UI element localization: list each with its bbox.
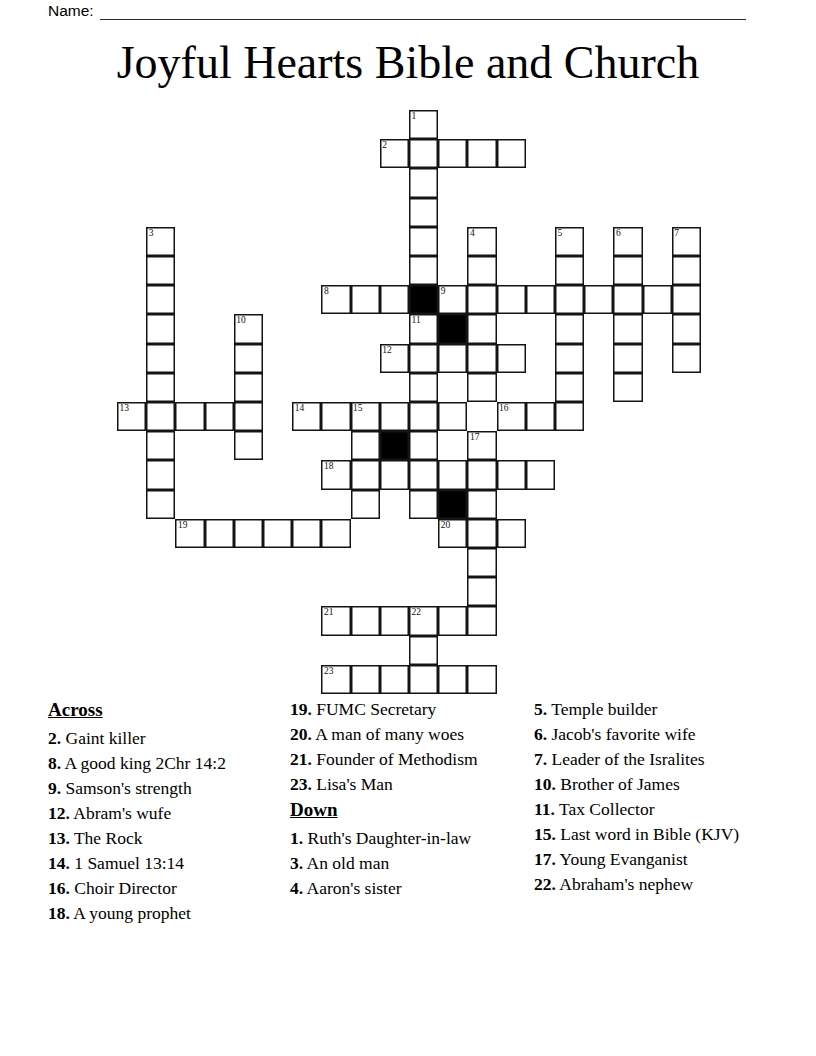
cell-number: 14 xyxy=(295,403,305,413)
grid-cell[interactable] xyxy=(146,314,175,343)
grid-cell[interactable] xyxy=(643,285,672,314)
grid-cell[interactable] xyxy=(380,606,409,635)
clues-down-header: Down xyxy=(290,799,492,821)
grid-cell[interactable]: 18 xyxy=(321,460,350,489)
clue-item: 15. Last word in Bible (KJV) xyxy=(534,824,746,846)
clue-item: 8. A good king 2Chr 14:2 xyxy=(48,753,230,775)
grid-cell[interactable] xyxy=(467,314,496,343)
grid-cell[interactable]: 3 xyxy=(146,227,175,256)
cell-number: 13 xyxy=(120,403,130,413)
clue-item: 9. Samson's strength xyxy=(48,778,230,800)
cell-number: 15 xyxy=(353,403,363,413)
grid-cell[interactable] xyxy=(380,665,409,694)
grid-cell[interactable] xyxy=(409,139,438,168)
grid-cell[interactable] xyxy=(409,256,438,285)
cell-number: 17 xyxy=(470,432,480,442)
grid-cell[interactable]: 14 xyxy=(292,402,321,431)
grid-cell[interactable] xyxy=(146,460,175,489)
clue-item: 14. 1 Samuel 13:14 xyxy=(48,853,230,875)
grid-cell[interactable] xyxy=(497,519,526,548)
grid-cell[interactable]: 16 xyxy=(497,402,526,431)
name-fill-in-line[interactable] xyxy=(100,3,746,20)
grid-cell[interactable] xyxy=(555,256,584,285)
grid-cell[interactable] xyxy=(467,577,496,606)
grid-cell[interactable] xyxy=(672,285,701,314)
clue-item: 21. Founder of Methodism xyxy=(290,749,492,771)
grid-cell[interactable] xyxy=(234,344,263,373)
grid-cell[interactable] xyxy=(321,519,350,548)
grid-cell[interactable] xyxy=(263,519,292,548)
grid-cell[interactable] xyxy=(380,402,409,431)
grid-cell[interactable] xyxy=(146,373,175,402)
grid-cell[interactable] xyxy=(234,402,263,431)
grid-cell[interactable] xyxy=(526,460,555,489)
grid-cell[interactable] xyxy=(146,431,175,460)
grid-cell[interactable] xyxy=(467,519,496,548)
grid-cell[interactable]: 20 xyxy=(438,519,467,548)
grid-cell[interactable] xyxy=(672,256,701,285)
grid-cell[interactable]: 8 xyxy=(321,285,350,314)
cell-number: 1 xyxy=(412,111,417,121)
grid-cell[interactable] xyxy=(497,139,526,168)
grid-cell[interactable] xyxy=(380,460,409,489)
grid-cell[interactable] xyxy=(555,402,584,431)
grid-cell[interactable] xyxy=(438,139,467,168)
grid-cell[interactable] xyxy=(497,460,526,489)
grid-cell[interactable] xyxy=(467,460,496,489)
clue-item: 22. Abraham's nephew xyxy=(534,874,746,896)
clue-column-2: 19. FUMC Secretary20. A man of many woes… xyxy=(290,699,492,903)
clue-item: 19. FUMC Secretary xyxy=(290,699,492,721)
grid-cell[interactable] xyxy=(672,314,701,343)
clue-item: 18. A young prophet xyxy=(48,903,230,925)
grid-cell[interactable] xyxy=(613,344,642,373)
cell-number: 18 xyxy=(324,461,334,471)
crossword-grid: 1234567891011121314151617181920212223 xyxy=(117,110,702,695)
grid-cell[interactable] xyxy=(292,519,321,548)
grid-cell[interactable] xyxy=(526,402,555,431)
grid-cell[interactable] xyxy=(497,285,526,314)
cell-number: 2 xyxy=(382,140,387,150)
grid-cell[interactable] xyxy=(467,606,496,635)
grid-cell[interactable] xyxy=(409,460,438,489)
grid-cell[interactable] xyxy=(467,490,496,519)
grid-cell[interactable] xyxy=(613,285,642,314)
grid-cell[interactable] xyxy=(467,256,496,285)
grid-cell[interactable]: 12 xyxy=(380,344,409,373)
cell-number: 11 xyxy=(412,315,421,325)
grid-cell[interactable] xyxy=(321,402,350,431)
grid-cell[interactable]: 11 xyxy=(409,314,438,343)
name-row: Name: xyxy=(48,2,746,20)
grid-cell[interactable] xyxy=(351,606,380,635)
grid-cell[interactable] xyxy=(438,665,467,694)
grid-cell[interactable]: 4 xyxy=(467,227,496,256)
grid-cell[interactable] xyxy=(555,285,584,314)
clues-across-header: Across xyxy=(48,699,230,721)
grid-cell[interactable] xyxy=(409,344,438,373)
grid-cell[interactable] xyxy=(555,344,584,373)
clue-item: 4. Aaron's sister xyxy=(290,878,492,900)
clue-column-1: Across2. Gaint killer8. A good king 2Chr… xyxy=(48,699,230,928)
clue-item: 7. Leader of the Isralites xyxy=(534,749,746,771)
clue-item: 3. An old man xyxy=(290,853,492,875)
clue-item: 16. Choir Director xyxy=(48,878,230,900)
grid-cell[interactable]: 19 xyxy=(175,519,204,548)
grid-cell[interactable] xyxy=(409,168,438,197)
grid-cell[interactable]: 7 xyxy=(672,227,701,256)
grid-cell[interactable]: 1 xyxy=(409,110,438,139)
clue-item: 23. Lisa's Man xyxy=(290,774,492,796)
grid-cell[interactable] xyxy=(146,344,175,373)
grid-cell[interactable] xyxy=(409,198,438,227)
grid-cell-black xyxy=(380,431,409,460)
grid-cell[interactable]: 6 xyxy=(613,227,642,256)
clue-item: 20. A man of many woes xyxy=(290,724,492,746)
grid-cell[interactable] xyxy=(409,373,438,402)
grid-cell[interactable]: 9 xyxy=(438,285,467,314)
grid-cell[interactable] xyxy=(438,344,467,373)
cell-number: 3 xyxy=(149,228,154,238)
clue-item: 5. Temple builder xyxy=(534,699,746,721)
grid-cell[interactable] xyxy=(146,285,175,314)
grid-cell[interactable]: 17 xyxy=(467,431,496,460)
grid-cell[interactable] xyxy=(497,344,526,373)
cell-number: 19 xyxy=(178,520,188,530)
grid-cell[interactable] xyxy=(467,373,496,402)
grid-cell[interactable] xyxy=(146,402,175,431)
grid-cell[interactable] xyxy=(467,665,496,694)
cell-number: 16 xyxy=(499,403,509,413)
grid-cell[interactable] xyxy=(467,344,496,373)
grid-cell-black xyxy=(409,285,438,314)
grid-cell[interactable] xyxy=(613,314,642,343)
grid-cell[interactable]: 13 xyxy=(117,402,146,431)
cell-number: 12 xyxy=(382,345,392,355)
grid-cell[interactable] xyxy=(409,636,438,665)
grid-cell[interactable] xyxy=(351,490,380,519)
grid-cell[interactable]: 15 xyxy=(351,402,380,431)
grid-cell[interactable] xyxy=(205,402,234,431)
grid-cell[interactable] xyxy=(526,285,555,314)
clue-item: 2. Gaint killer xyxy=(48,728,230,750)
grid-cell[interactable] xyxy=(146,490,175,519)
grid-cell[interactable] xyxy=(409,665,438,694)
grid-cell[interactable] xyxy=(351,665,380,694)
grid-cell[interactable]: 21 xyxy=(321,606,350,635)
cell-number: 5 xyxy=(558,228,563,238)
grid-cell-black xyxy=(438,314,467,343)
grid-cell[interactable] xyxy=(613,373,642,402)
clue-item: 10. Brother of James xyxy=(534,774,746,796)
page-title: Joyful Hearts Bible and Church xyxy=(0,36,816,89)
grid-cell[interactable] xyxy=(351,460,380,489)
name-label: Name: xyxy=(48,2,100,20)
grid-cell[interactable] xyxy=(438,460,467,489)
cell-number: 10 xyxy=(236,315,246,325)
grid-cell[interactable] xyxy=(234,519,263,548)
grid-cell[interactable] xyxy=(584,285,613,314)
clue-column-3: 5. Temple builder6. Jacob's favorite wif… xyxy=(534,699,746,899)
cell-number: 20 xyxy=(441,520,451,530)
grid-cell[interactable] xyxy=(380,285,409,314)
grid-cell[interactable] xyxy=(351,285,380,314)
cell-number: 6 xyxy=(616,228,621,238)
clue-item: 17. Young Evanganist xyxy=(534,849,746,871)
clue-item: 11. Tax Collector xyxy=(534,799,746,821)
grid-cell[interactable] xyxy=(146,256,175,285)
grid-cell[interactable] xyxy=(555,373,584,402)
grid-cell[interactable] xyxy=(409,227,438,256)
grid-cell[interactable]: 2 xyxy=(380,139,409,168)
grid-cell[interactable] xyxy=(175,402,204,431)
grid-cell[interactable]: 10 xyxy=(234,314,263,343)
cell-number: 21 xyxy=(324,607,334,617)
grid-cell[interactable] xyxy=(351,431,380,460)
grid-cell[interactable] xyxy=(467,285,496,314)
grid-cell[interactable] xyxy=(467,548,496,577)
grid-cell-black xyxy=(438,490,467,519)
grid-cell[interactable] xyxy=(234,431,263,460)
cell-number: 22 xyxy=(412,607,422,617)
grid-cell[interactable] xyxy=(438,606,467,635)
clue-item: 12. Abram's wufe xyxy=(48,803,230,825)
cell-number: 23 xyxy=(324,666,334,676)
grid-cell[interactable] xyxy=(409,490,438,519)
grid-cell[interactable] xyxy=(555,314,584,343)
grid-cell[interactable]: 23 xyxy=(321,665,350,694)
grid-cell[interactable]: 22 xyxy=(409,606,438,635)
grid-cell[interactable] xyxy=(409,431,438,460)
grid-cell[interactable] xyxy=(234,373,263,402)
cell-number: 8 xyxy=(324,286,329,296)
grid-cell[interactable] xyxy=(467,139,496,168)
grid-cell[interactable] xyxy=(613,256,642,285)
clue-item: 1. Ruth's Daughter-in-law xyxy=(290,828,492,850)
cell-number: 9 xyxy=(441,286,446,296)
grid-cell[interactable] xyxy=(438,402,467,431)
cell-number: 7 xyxy=(674,228,679,238)
cell-number: 4 xyxy=(470,228,475,238)
clue-item: 6. Jacob's favorite wife xyxy=(534,724,746,746)
grid-cell[interactable]: 5 xyxy=(555,227,584,256)
grid-cell[interactable] xyxy=(409,402,438,431)
grid-cell[interactable] xyxy=(205,519,234,548)
clue-item: 13. The Rock xyxy=(48,828,230,850)
grid-cell[interactable] xyxy=(672,344,701,373)
